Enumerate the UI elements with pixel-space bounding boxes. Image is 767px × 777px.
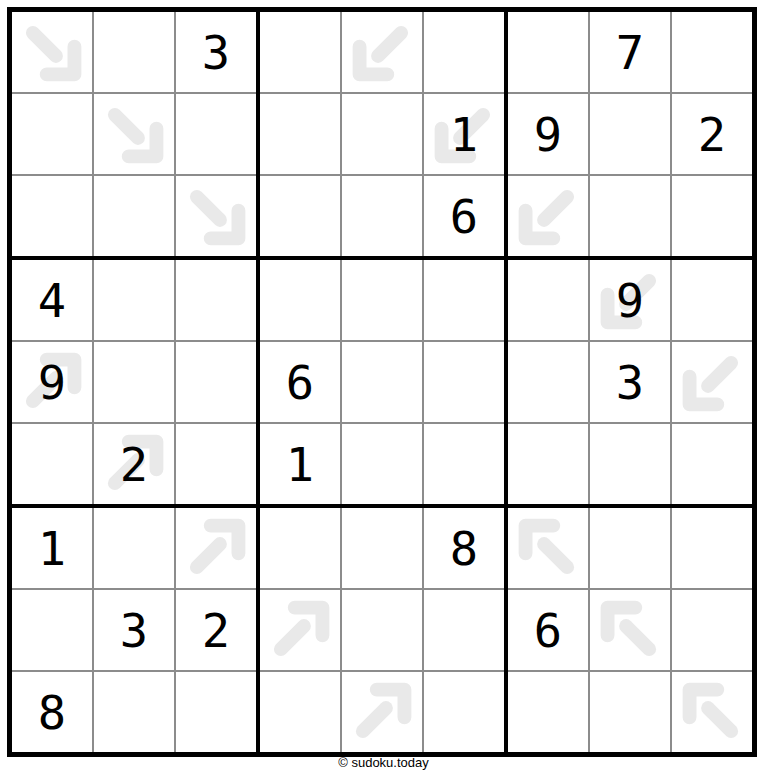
cell-r6c2[interactable]: 2 xyxy=(94,424,174,504)
cell-r6c5[interactable] xyxy=(342,424,422,504)
cell-r3c1[interactable] xyxy=(12,176,92,256)
cell-r9c1[interactable]: 8 xyxy=(12,672,92,752)
cell-r8c1[interactable] xyxy=(12,590,92,670)
cell-r4c3[interactable] xyxy=(176,260,256,340)
arrow-sw-icon xyxy=(349,19,415,85)
board: 3167924926193132886 xyxy=(7,7,757,757)
cell-r2c1[interactable] xyxy=(12,94,92,174)
cell-r5c9[interactable] xyxy=(672,342,752,422)
cell-r1c7[interactable] xyxy=(508,12,588,92)
box-2-2: 61 xyxy=(260,260,504,504)
cell-r4c7[interactable] xyxy=(508,260,588,340)
cell-r3c6[interactable]: 6 xyxy=(424,176,504,256)
arrow-ne-icon xyxy=(267,597,333,663)
given-digit: 4 xyxy=(38,277,66,324)
given-digit: 2 xyxy=(120,441,148,488)
cell-r3c7[interactable] xyxy=(508,176,588,256)
cell-r9c6[interactable] xyxy=(424,672,504,752)
arrow-nw-icon xyxy=(679,679,745,745)
cell-r4c6[interactable] xyxy=(424,260,504,340)
arrow-nw-icon xyxy=(597,597,663,663)
given-digit: 3 xyxy=(120,607,148,654)
cell-r1c8[interactable]: 7 xyxy=(590,12,670,92)
given-digit: 2 xyxy=(698,111,726,158)
cell-r5c6[interactable] xyxy=(424,342,504,422)
cell-r7c1[interactable]: 1 xyxy=(12,508,92,588)
cell-r8c7[interactable]: 6 xyxy=(508,590,588,670)
cell-r2c7[interactable]: 9 xyxy=(508,94,588,174)
cell-r9c3[interactable] xyxy=(176,672,256,752)
given-digit: 2 xyxy=(202,607,230,654)
box-1-3: 792 xyxy=(508,12,752,256)
cell-r5c8[interactable]: 3 xyxy=(590,342,670,422)
box-3-2: 8 xyxy=(260,508,504,752)
cell-r1c4[interactable] xyxy=(260,12,340,92)
given-digit: 6 xyxy=(450,193,478,240)
box-3-3: 6 xyxy=(508,508,752,752)
cell-r1c6[interactable] xyxy=(424,12,504,92)
arrow-sw-icon xyxy=(679,349,745,415)
arrow-se-icon xyxy=(19,19,85,85)
box-3-1: 1328 xyxy=(12,508,256,752)
box-2-3: 93 xyxy=(508,260,752,504)
cell-r5c3[interactable] xyxy=(176,342,256,422)
box-1-2: 16 xyxy=(260,12,504,256)
cell-r4c9[interactable] xyxy=(672,260,752,340)
cell-r5c5[interactable] xyxy=(342,342,422,422)
cell-r4c8[interactable]: 9 xyxy=(590,260,670,340)
cell-r6c1[interactable] xyxy=(12,424,92,504)
cell-r6c3[interactable] xyxy=(176,424,256,504)
given-digit: 6 xyxy=(286,359,314,406)
cell-r3c3[interactable] xyxy=(176,176,256,256)
cell-r7c7[interactable] xyxy=(508,508,588,588)
cell-r4c2[interactable] xyxy=(94,260,174,340)
arrow-ne-icon xyxy=(183,515,249,581)
cell-r9c2[interactable] xyxy=(94,672,174,752)
cell-r9c8[interactable] xyxy=(590,672,670,752)
cell-r5c2[interactable] xyxy=(94,342,174,422)
arrow-se-icon xyxy=(183,183,249,249)
cell-r7c6[interactable]: 8 xyxy=(424,508,504,588)
arrow-sw-icon xyxy=(515,183,581,249)
given-digit: 9 xyxy=(38,359,66,406)
cell-r6c4[interactable]: 1 xyxy=(260,424,340,504)
given-digit: 7 xyxy=(616,29,644,76)
cell-r3c5[interactable] xyxy=(342,176,422,256)
cell-r4c4[interactable] xyxy=(260,260,340,340)
page: 3167924926193132886 © sudoku.today xyxy=(0,0,767,777)
box-1-1: 3 xyxy=(12,12,256,256)
footer-copyright: © sudoku.today xyxy=(0,755,767,770)
cell-r6c9[interactable] xyxy=(672,424,752,504)
cell-r5c1[interactable]: 9 xyxy=(12,342,92,422)
cell-r7c2[interactable] xyxy=(94,508,174,588)
cell-r7c9[interactable] xyxy=(672,508,752,588)
given-digit: 1 xyxy=(450,111,478,158)
cell-r8c2[interactable]: 3 xyxy=(94,590,174,670)
cell-r3c9[interactable] xyxy=(672,176,752,256)
given-digit: 1 xyxy=(38,525,66,572)
cell-r9c9[interactable] xyxy=(672,672,752,752)
cell-r8c4[interactable] xyxy=(260,590,340,670)
cell-r9c4[interactable] xyxy=(260,672,340,752)
cell-r2c4[interactable] xyxy=(260,94,340,174)
cell-r4c5[interactable] xyxy=(342,260,422,340)
cell-r5c7[interactable] xyxy=(508,342,588,422)
cell-r1c2[interactable] xyxy=(94,12,174,92)
given-digit: 8 xyxy=(38,689,66,736)
cell-r7c3[interactable] xyxy=(176,508,256,588)
cell-r8c3[interactable]: 2 xyxy=(176,590,256,670)
given-digit: 1 xyxy=(286,441,314,488)
given-digit: 6 xyxy=(534,607,562,654)
cell-r6c6[interactable] xyxy=(424,424,504,504)
cell-r2c5[interactable] xyxy=(342,94,422,174)
given-digit: 9 xyxy=(616,277,644,324)
cell-r8c6[interactable] xyxy=(424,590,504,670)
arrow-se-icon xyxy=(101,101,167,167)
arrow-nw-icon xyxy=(515,515,581,581)
given-digit: 3 xyxy=(616,359,644,406)
cell-r7c8[interactable] xyxy=(590,508,670,588)
cell-r2c6[interactable]: 1 xyxy=(424,94,504,174)
cell-r8c8[interactable] xyxy=(590,590,670,670)
cell-r3c8[interactable] xyxy=(590,176,670,256)
cell-r9c7[interactable] xyxy=(508,672,588,752)
cell-r7c5[interactable] xyxy=(342,508,422,588)
cell-r2c2[interactable] xyxy=(94,94,174,174)
cell-r5c4[interactable]: 6 xyxy=(260,342,340,422)
box-2-1: 492 xyxy=(12,260,256,504)
given-digit: 8 xyxy=(450,525,478,572)
cell-r3c4[interactable] xyxy=(260,176,340,256)
given-digit: 3 xyxy=(202,29,230,76)
cell-r7c4[interactable] xyxy=(260,508,340,588)
cell-r3c2[interactable] xyxy=(94,176,174,256)
cell-r4c1[interactable]: 4 xyxy=(12,260,92,340)
cell-r1c5[interactable] xyxy=(342,12,422,92)
cell-r2c3[interactable] xyxy=(176,94,256,174)
given-digit: 9 xyxy=(534,111,562,158)
cell-r2c9[interactable]: 2 xyxy=(672,94,752,174)
cell-r1c1[interactable] xyxy=(12,12,92,92)
cell-r8c9[interactable] xyxy=(672,590,752,670)
cell-r8c5[interactable] xyxy=(342,590,422,670)
cell-r1c3[interactable]: 3 xyxy=(176,12,256,92)
arrow-ne-icon xyxy=(349,679,415,745)
cell-r9c5[interactable] xyxy=(342,672,422,752)
cell-r1c9[interactable] xyxy=(672,12,752,92)
cell-r6c7[interactable] xyxy=(508,424,588,504)
cell-r6c8[interactable] xyxy=(590,424,670,504)
cell-r2c8[interactable] xyxy=(590,94,670,174)
